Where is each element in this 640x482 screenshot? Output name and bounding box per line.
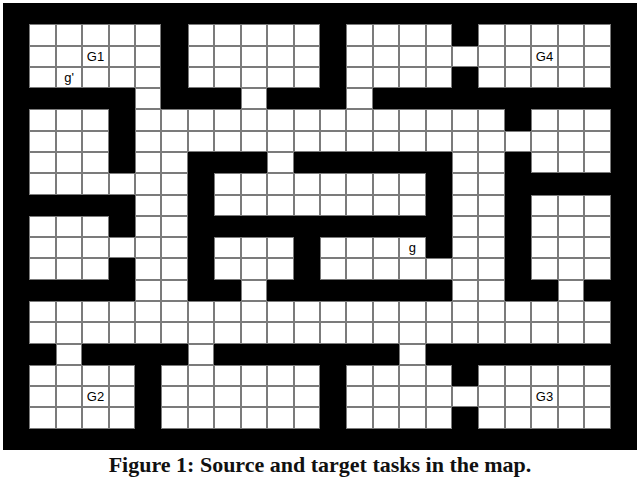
wall-cell <box>320 24 346 45</box>
floor-cell <box>478 301 504 322</box>
floor-cell <box>267 407 293 428</box>
wall-cell <box>29 195 55 216</box>
floor-cell <box>531 131 557 152</box>
wall-cell <box>241 3 267 24</box>
floor-cell <box>584 301 610 322</box>
floor-cell <box>294 109 320 130</box>
floor-cell <box>452 258 478 279</box>
wall-cell <box>267 88 293 109</box>
wall-cell <box>3 195 29 216</box>
wall-cell <box>558 429 584 450</box>
wall-cell <box>161 429 187 450</box>
wall-cell <box>373 152 399 173</box>
floor-cell <box>241 195 267 216</box>
floor-cell <box>373 24 399 45</box>
wall-cell <box>611 173 637 194</box>
floor-cell <box>584 67 610 88</box>
wall-cell <box>161 67 187 88</box>
wall-cell <box>611 344 637 365</box>
floor-cell <box>584 407 610 428</box>
floor-cell <box>135 67 161 88</box>
wall-cell <box>188 88 214 109</box>
wall-cell <box>611 88 637 109</box>
wall-cell <box>267 3 293 24</box>
floor-cell <box>214 258 240 279</box>
floor-cell <box>531 407 557 428</box>
floor-cell <box>558 386 584 407</box>
floor-cell <box>531 152 557 173</box>
floor-cell <box>161 386 187 407</box>
goal-label-g4: G4 <box>531 46 557 67</box>
goal-label-g-prime: g' <box>56 67 82 88</box>
floor-cell <box>161 195 187 216</box>
wall-cell <box>505 3 531 24</box>
wall-cell <box>3 152 29 173</box>
floor-cell <box>426 322 452 343</box>
floor-cell <box>373 365 399 386</box>
floor-cell <box>82 131 108 152</box>
floor-cell <box>56 173 82 194</box>
floor-cell <box>82 173 108 194</box>
floor-cell <box>109 322 135 343</box>
wall-cell <box>373 3 399 24</box>
wall-cell <box>135 429 161 450</box>
wall-cell <box>320 152 346 173</box>
floor-cell <box>373 109 399 130</box>
wall-cell <box>135 365 161 386</box>
wall-cell <box>109 131 135 152</box>
wall-cell <box>584 173 610 194</box>
wall-cell <box>294 152 320 173</box>
floor-cell <box>294 46 320 67</box>
floor-cell <box>135 322 161 343</box>
wall-cell <box>3 3 29 24</box>
floor-cell <box>452 301 478 322</box>
wall-cell <box>3 429 29 450</box>
wall-cell <box>505 88 531 109</box>
floor-cell <box>558 280 584 301</box>
floor-cell <box>56 386 82 407</box>
floor-cell <box>56 365 82 386</box>
floor-cell <box>452 152 478 173</box>
wall-cell <box>346 429 372 450</box>
floor-cell <box>241 407 267 428</box>
wall-cell <box>3 301 29 322</box>
floor-cell <box>214 131 240 152</box>
wall-cell <box>611 386 637 407</box>
wall-cell <box>109 344 135 365</box>
floor-cell <box>56 258 82 279</box>
wall-cell <box>505 280 531 301</box>
wall-cell <box>188 3 214 24</box>
wall-cell <box>188 237 214 258</box>
wall-cell <box>373 216 399 237</box>
wall-cell <box>505 152 531 173</box>
wall-cell <box>294 3 320 24</box>
wall-cell <box>82 429 108 450</box>
wall-cell <box>3 280 29 301</box>
floor-cell <box>478 365 504 386</box>
wall-cell <box>478 344 504 365</box>
wall-cell <box>241 216 267 237</box>
wall-cell <box>426 195 452 216</box>
wall-cell <box>294 429 320 450</box>
wall-cell <box>214 88 240 109</box>
floor-cell <box>135 301 161 322</box>
floor-cell <box>188 109 214 130</box>
floor-cell <box>346 109 372 130</box>
wall-cell <box>3 365 29 386</box>
floor-cell <box>56 46 82 67</box>
floor-cell <box>320 237 346 258</box>
floor-cell <box>558 67 584 88</box>
floor-cell <box>29 322 55 343</box>
wall-cell <box>320 46 346 67</box>
floor-cell <box>531 258 557 279</box>
floor-cell <box>346 195 372 216</box>
wall-cell <box>214 429 240 450</box>
wall-cell <box>320 67 346 88</box>
floor-cell <box>294 67 320 88</box>
floor-cell <box>531 322 557 343</box>
floor-cell <box>426 24 452 45</box>
floor-cell <box>241 365 267 386</box>
floor-cell <box>558 258 584 279</box>
floor-cell <box>241 386 267 407</box>
wall-cell <box>135 386 161 407</box>
wall-cell <box>611 258 637 279</box>
floor-cell <box>109 365 135 386</box>
wall-cell <box>505 344 531 365</box>
floor-cell <box>584 24 610 45</box>
wall-cell <box>505 216 531 237</box>
wall-cell <box>3 109 29 130</box>
wall-cell <box>373 280 399 301</box>
floor-cell <box>584 258 610 279</box>
floor-cell <box>241 24 267 45</box>
floor-cell <box>505 301 531 322</box>
floor-cell <box>109 24 135 45</box>
floor-cell <box>452 237 478 258</box>
wall-cell <box>214 216 240 237</box>
wall-cell <box>531 3 557 24</box>
floor-cell <box>505 24 531 45</box>
wall-cell <box>161 344 187 365</box>
floor-cell <box>558 237 584 258</box>
wall-cell <box>611 237 637 258</box>
wall-cell <box>267 280 293 301</box>
floor-cell <box>82 301 108 322</box>
floor-cell <box>82 407 108 428</box>
floor-cell <box>373 407 399 428</box>
wall-cell <box>188 280 214 301</box>
wall-cell <box>611 195 637 216</box>
floor-cell <box>478 322 504 343</box>
floor-cell <box>29 67 55 88</box>
floor-cell <box>531 301 557 322</box>
wall-cell <box>373 88 399 109</box>
floor-cell <box>161 216 187 237</box>
wall-cell <box>452 344 478 365</box>
wall-cell <box>320 365 346 386</box>
floor-cell <box>267 46 293 67</box>
floor-cell <box>82 258 108 279</box>
floor-cell <box>161 109 187 130</box>
floor-cell <box>452 195 478 216</box>
wall-cell <box>3 67 29 88</box>
floor-cell <box>214 322 240 343</box>
wall-cell <box>426 429 452 450</box>
floor-cell <box>188 67 214 88</box>
floor-cell <box>399 67 425 88</box>
floor-cell <box>294 322 320 343</box>
floor-cell <box>478 131 504 152</box>
floor-cell <box>478 152 504 173</box>
floor-cell <box>452 216 478 237</box>
floor-cell <box>373 195 399 216</box>
floor-cell <box>267 365 293 386</box>
floor-cell <box>56 131 82 152</box>
wall-cell <box>346 280 372 301</box>
wall-cell <box>214 152 240 173</box>
floor-cell <box>584 216 610 237</box>
wall-cell <box>56 3 82 24</box>
wall-cell <box>558 173 584 194</box>
floor-cell <box>161 131 187 152</box>
floor-cell <box>505 46 531 67</box>
floor-cell <box>135 216 161 237</box>
floor-cell <box>56 301 82 322</box>
goal-label-g2: G2 <box>82 386 108 407</box>
floor-cell <box>320 195 346 216</box>
wall-cell <box>3 46 29 67</box>
wall-cell <box>3 258 29 279</box>
floor-cell <box>267 24 293 45</box>
floor-cell <box>346 258 372 279</box>
wall-cell <box>478 3 504 24</box>
floor-cell <box>214 173 240 194</box>
wall-cell <box>214 344 240 365</box>
floor-cell <box>241 173 267 194</box>
floor-cell <box>29 301 55 322</box>
wall-cell <box>320 429 346 450</box>
floor-cell <box>452 322 478 343</box>
wall-cell <box>56 280 82 301</box>
wall-cell <box>426 88 452 109</box>
wall-cell <box>3 216 29 237</box>
floor-cell <box>452 131 478 152</box>
wall-cell <box>188 195 214 216</box>
floor-cell <box>188 407 214 428</box>
floor-cell <box>584 365 610 386</box>
floor-cell <box>56 344 82 365</box>
wall-cell <box>3 88 29 109</box>
floor-cell <box>505 407 531 428</box>
goal-label-g1: G1 <box>82 46 108 67</box>
wall-cell <box>320 88 346 109</box>
wall-cell <box>505 429 531 450</box>
floor-cell <box>584 152 610 173</box>
wall-cell <box>452 429 478 450</box>
wall-cell <box>294 216 320 237</box>
wall-cell <box>188 216 214 237</box>
wall-cell <box>188 152 214 173</box>
floor-cell <box>505 386 531 407</box>
floor-cell <box>584 109 610 130</box>
wall-cell <box>346 152 372 173</box>
wall-cell <box>29 88 55 109</box>
wall-cell <box>109 429 135 450</box>
floor-cell <box>531 24 557 45</box>
floor-cell <box>214 407 240 428</box>
floor-cell <box>267 258 293 279</box>
wall-cell <box>109 152 135 173</box>
floor-cell <box>267 322 293 343</box>
wall-cell <box>611 24 637 45</box>
floor-cell <box>346 46 372 67</box>
wall-cell <box>188 429 214 450</box>
floor-cell <box>109 386 135 407</box>
wall-cell <box>161 24 187 45</box>
wall-cell <box>3 407 29 428</box>
wall-cell <box>82 344 108 365</box>
floor-cell <box>294 195 320 216</box>
floor-cell <box>188 301 214 322</box>
floor-cell <box>135 237 161 258</box>
wall-cell <box>399 429 425 450</box>
floor-cell <box>399 344 425 365</box>
wall-cell <box>426 216 452 237</box>
wall-cell <box>531 344 557 365</box>
floor-cell <box>399 386 425 407</box>
floor-cell <box>267 237 293 258</box>
floor-cell <box>267 173 293 194</box>
floor-cell <box>373 386 399 407</box>
wall-cell <box>320 407 346 428</box>
floor-cell <box>294 131 320 152</box>
wall-cell <box>188 258 214 279</box>
floor-cell <box>214 237 240 258</box>
wall-cell <box>478 88 504 109</box>
wall-cell <box>109 280 135 301</box>
floor-cell <box>241 258 267 279</box>
floor-cell <box>558 407 584 428</box>
wall-cell <box>29 3 55 24</box>
floor-cell <box>531 365 557 386</box>
wall-cell <box>611 216 637 237</box>
wall-cell <box>109 216 135 237</box>
floor-cell <box>294 386 320 407</box>
floor-cell <box>320 109 346 130</box>
floor-cell <box>584 46 610 67</box>
wall-cell <box>426 280 452 301</box>
floor-cell <box>399 195 425 216</box>
wall-cell <box>505 258 531 279</box>
floor-cell <box>346 365 372 386</box>
wall-cell <box>611 429 637 450</box>
floor-cell <box>56 24 82 45</box>
floor-cell <box>426 46 452 67</box>
floor-cell <box>346 237 372 258</box>
floor-cell <box>214 301 240 322</box>
wall-cell <box>584 429 610 450</box>
floor-cell <box>399 301 425 322</box>
floor-cell <box>558 46 584 67</box>
floor-cell <box>478 280 504 301</box>
wall-cell <box>426 152 452 173</box>
wall-cell <box>346 216 372 237</box>
floor-cell <box>558 131 584 152</box>
figure-page: G1G4g'gG2G3 Figure 1: Source and target … <box>0 0 640 482</box>
wall-cell <box>611 280 637 301</box>
wall-cell <box>29 344 55 365</box>
wall-cell <box>56 88 82 109</box>
wall-cell <box>505 109 531 130</box>
floor-cell <box>346 301 372 322</box>
floor-cell <box>452 173 478 194</box>
wall-cell <box>214 3 240 24</box>
wall-cell <box>3 322 29 343</box>
wall-cell <box>399 216 425 237</box>
goal-label-g: g <box>399 237 425 258</box>
wall-cell <box>320 216 346 237</box>
floor-cell <box>241 301 267 322</box>
wall-cell <box>29 429 55 450</box>
wall-cell <box>320 3 346 24</box>
floor-cell <box>241 322 267 343</box>
wall-cell <box>294 344 320 365</box>
floor-cell <box>82 152 108 173</box>
floor-cell <box>56 216 82 237</box>
wall-cell <box>452 365 478 386</box>
floor-cell <box>452 386 478 407</box>
floor-cell <box>478 407 504 428</box>
floor-cell <box>478 195 504 216</box>
floor-cell <box>109 46 135 67</box>
floor-cell <box>267 67 293 88</box>
wall-cell <box>214 280 240 301</box>
floor-cell <box>135 280 161 301</box>
floor-cell <box>320 131 346 152</box>
floor-cell <box>29 24 55 45</box>
floor-cell <box>135 258 161 279</box>
maze-board: G1G4g'gG2G3 <box>3 3 637 450</box>
floor-cell <box>241 67 267 88</box>
floor-cell <box>29 407 55 428</box>
wall-cell <box>505 195 531 216</box>
wall-cell <box>346 344 372 365</box>
wall-cell <box>584 88 610 109</box>
wall-cell <box>531 429 557 450</box>
floor-cell <box>188 365 214 386</box>
floor-cell <box>426 365 452 386</box>
floor-cell <box>558 301 584 322</box>
floor-cell <box>346 386 372 407</box>
floor-cell <box>29 131 55 152</box>
wall-cell <box>531 173 557 194</box>
floor-cell <box>161 301 187 322</box>
wall-cell <box>531 280 557 301</box>
floor-cell <box>29 216 55 237</box>
floor-cell <box>584 322 610 343</box>
floor-cell <box>346 24 372 45</box>
floor-cell <box>478 109 504 130</box>
wall-cell <box>426 3 452 24</box>
wall-cell <box>109 258 135 279</box>
wall-cell <box>531 88 557 109</box>
wall-cell <box>584 344 610 365</box>
floor-cell <box>478 216 504 237</box>
